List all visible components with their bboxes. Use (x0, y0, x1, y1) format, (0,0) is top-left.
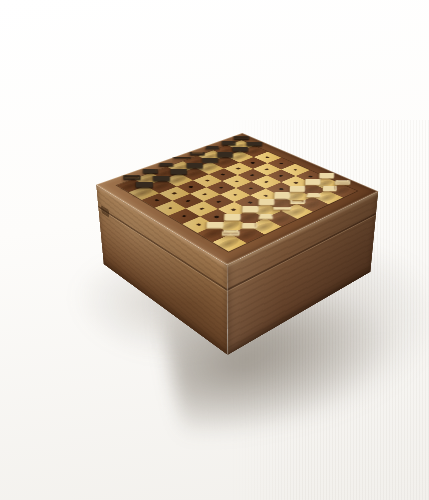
product-photo-stage: ♜♞♝♚♛♝♞♜♟♟♟♟♟♟♟♟♟♟♟♟♟♟♟♟♜♞♝♚♛♝♞♜ (0, 0, 429, 500)
square-a1: ♜ (327, 184, 357, 198)
square-g8: ♞ (134, 173, 163, 186)
black-king-glyph: ♚ (165, 106, 199, 168)
square-d3 (250, 189, 281, 203)
square-b3 (281, 176, 311, 189)
